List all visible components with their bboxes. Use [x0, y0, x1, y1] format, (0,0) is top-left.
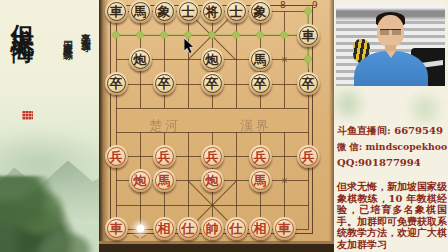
piece-卒-black[interactable]: 卒	[201, 72, 224, 95]
piece-仕-red[interactable]: 仕	[225, 217, 248, 240]
piece-兵-red[interactable]: 兵	[105, 145, 128, 168]
piece-兵-red[interactable]: 兵	[249, 145, 272, 168]
watercolor-art-2	[402, 92, 448, 126]
piece-士-black[interactable]: 士	[225, 0, 248, 23]
piece-兵-red[interactable]: 兵	[297, 145, 320, 168]
piece-車-red[interactable]: 車	[273, 217, 296, 240]
piece-相-red[interactable]: 相	[249, 217, 272, 240]
webcam-video	[336, 3, 445, 86]
piece-卒-black[interactable]: 卒	[249, 72, 272, 95]
banner-title: 但求无悔	[12, 6, 35, 126]
piece-馬-red[interactable]: 馬	[153, 169, 176, 192]
piece-象-black[interactable]: 象	[153, 0, 176, 23]
piece-兵-red[interactable]: 兵	[201, 145, 224, 168]
piece-馬-black[interactable]: 馬	[249, 48, 272, 71]
watercolor-art	[328, 84, 368, 124]
piece-象-black[interactable]: 象	[249, 0, 272, 23]
piece-炮-black[interactable]: 炮	[129, 48, 152, 71]
coach-description: 但求无悔，新加坡国家级象棋教练，10 年教棋经验，已培育多名象棋国手。加群即可免…	[337, 181, 447, 251]
banner-subtitle-left: 国家象棋教练	[61, 33, 74, 103]
piece-兵-red[interactable]: 兵	[153, 145, 176, 168]
piece-士-black[interactable]: 士	[177, 0, 200, 23]
banner-subtitle-right: 享受专业指导	[79, 25, 92, 95]
left-banner-panel: 但求无悔 享受专业指导 国家象棋教练	[0, 0, 99, 252]
piece-車-red[interactable]: 車	[105, 217, 128, 240]
xiangqi-stream-screen: 但求无悔 享受专业指导 国家象棋教练 楚河漢界89 車馬象士将士象車炮炮馬卒卒卒…	[0, 0, 448, 252]
piece-卒-black[interactable]: 卒	[297, 72, 320, 95]
piece-車-black[interactable]: 車	[297, 24, 320, 47]
red-seal-stamp	[22, 111, 33, 120]
board-pieces: 車馬象士将士象車炮炮馬卒卒卒卒卒兵兵兵兵兵炮馬炮馬車相仕帥仕相車	[99, 0, 334, 252]
contact-info-block: 斗鱼直播间: 6679549 微 信: mindscopekhoo1314 QQ…	[337, 124, 447, 251]
piece-卒-black[interactable]: 卒	[153, 72, 176, 95]
pine-trees-art-2	[30, 226, 99, 252]
mouse-cursor	[184, 38, 196, 55]
piece-炮-red[interactable]: 炮	[129, 169, 152, 192]
board-bottom-edge	[99, 244, 334, 252]
piece-車-black[interactable]: 車	[105, 0, 128, 23]
piece-相-red[interactable]: 相	[153, 217, 176, 240]
streamer-glasses	[380, 29, 401, 35]
piece-帥-red[interactable]: 帥	[201, 217, 224, 240]
piece-将-black[interactable]: 将	[201, 0, 224, 23]
piece-炮-red[interactable]: 炮	[201, 169, 224, 192]
douyu-room-id: 斗鱼直播间: 6679549	[337, 124, 447, 138]
piece-馬-black[interactable]: 馬	[129, 0, 152, 23]
piece-卒-black[interactable]: 卒	[105, 72, 128, 95]
wechat-id: 微 信: mindscopekhoo1314	[337, 141, 447, 154]
piece-仕-red[interactable]: 仕	[177, 217, 200, 240]
right-info-panel: 斗鱼直播间: 6679549 微 信: mindscopekhoo1314 QQ…	[334, 0, 448, 252]
xiangqi-board[interactable]: 楚河漢界89 車馬象士将士象車炮炮馬卒卒卒卒卒兵兵兵兵兵炮馬炮馬車相仕帥仕相車	[99, 0, 334, 252]
piece-炮-black[interactable]: 炮	[201, 48, 224, 71]
qq-id: QQ:901877994	[337, 157, 447, 168]
piece-馬-red[interactable]: 馬	[249, 169, 272, 192]
